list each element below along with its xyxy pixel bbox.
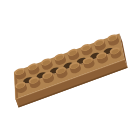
lego-technic-plate-render [0, 0, 135, 135]
product-image-canvas [0, 0, 135, 135]
